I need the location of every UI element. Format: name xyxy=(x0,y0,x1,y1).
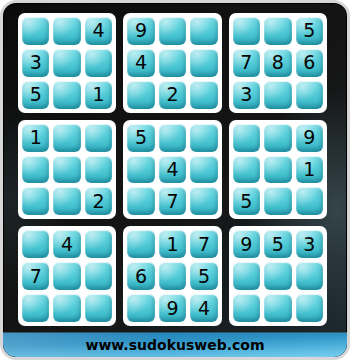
cell-r2c9[interactable]: 6 xyxy=(296,49,323,77)
cell-r4c8[interactable] xyxy=(264,124,291,152)
cell-r8c9[interactable] xyxy=(296,262,323,290)
cell-r9c2[interactable] xyxy=(53,294,80,322)
cell-r4c4[interactable]: 5 xyxy=(127,124,154,152)
cell-r6c6[interactable] xyxy=(190,187,217,215)
cell-r1c4[interactable]: 9 xyxy=(127,17,154,45)
cell-r9c7[interactable] xyxy=(233,294,260,322)
cell-r6c8[interactable] xyxy=(264,187,291,215)
cell-r2c7[interactable]: 7 xyxy=(233,49,260,77)
cell-r3c8[interactable] xyxy=(264,81,291,109)
cell-r8c6[interactable]: 5 xyxy=(190,262,217,290)
cell-r7c4[interactable] xyxy=(127,230,154,258)
cell-r9c9[interactable] xyxy=(296,294,323,322)
cell-r4c7[interactable] xyxy=(233,124,260,152)
cell-r5c5[interactable]: 4 xyxy=(159,156,186,184)
cell-r2c1[interactable]: 3 xyxy=(22,49,49,77)
cell-r9c4[interactable] xyxy=(127,294,154,322)
cell-r2c6[interactable] xyxy=(190,49,217,77)
cell-r2c2[interactable] xyxy=(53,49,80,77)
cell-r7c7[interactable]: 9 xyxy=(233,230,260,258)
cell-r4c3[interactable] xyxy=(85,124,112,152)
box-1-1: 4351 xyxy=(18,13,116,113)
cell-r8c4[interactable]: 6 xyxy=(127,262,154,290)
cell-r9c6[interactable]: 4 xyxy=(190,294,217,322)
cell-r3c6[interactable] xyxy=(190,81,217,109)
box-3-3: 953 xyxy=(229,226,327,326)
cell-r8c2[interactable] xyxy=(53,262,80,290)
box-3-1: 47 xyxy=(18,226,116,326)
cell-r5c1[interactable] xyxy=(22,156,49,184)
cell-r1c6[interactable] xyxy=(190,17,217,45)
cell-r6c4[interactable] xyxy=(127,187,154,215)
cell-r8c8[interactable] xyxy=(264,262,291,290)
box-3-2: 176594 xyxy=(123,226,221,326)
cell-r2c4[interactable]: 4 xyxy=(127,49,154,77)
cell-r1c5[interactable] xyxy=(159,17,186,45)
board-plate: 4351942578631254791547176594953 www.sudo… xyxy=(0,0,350,360)
cell-r5c6[interactable] xyxy=(190,156,217,184)
box-2-1: 12 xyxy=(18,120,116,220)
cell-r7c5[interactable]: 1 xyxy=(159,230,186,258)
cell-r6c3[interactable]: 2 xyxy=(85,187,112,215)
box-2-2: 547 xyxy=(123,120,221,220)
cell-r3c4[interactable] xyxy=(127,81,154,109)
cell-r7c3[interactable] xyxy=(85,230,112,258)
cell-r3c3[interactable]: 1 xyxy=(85,81,112,109)
cell-r1c7[interactable] xyxy=(233,17,260,45)
cell-r5c2[interactable] xyxy=(53,156,80,184)
cell-r3c2[interactable] xyxy=(53,81,80,109)
cell-r3c5[interactable]: 2 xyxy=(159,81,186,109)
cell-r8c5[interactable] xyxy=(159,262,186,290)
cell-r2c8[interactable]: 8 xyxy=(264,49,291,77)
cell-r4c6[interactable] xyxy=(190,124,217,152)
cell-r3c9[interactable] xyxy=(296,81,323,109)
sudoku-app: 4351942578631254791547176594953 www.sudo… xyxy=(0,0,350,360)
box-1-3: 57863 xyxy=(229,13,327,113)
cell-r5c8[interactable] xyxy=(264,156,291,184)
cell-r9c1[interactable] xyxy=(22,294,49,322)
cell-r5c4[interactable] xyxy=(127,156,154,184)
box-1-2: 942 xyxy=(123,13,221,113)
cell-r6c1[interactable] xyxy=(22,187,49,215)
cell-r8c3[interactable] xyxy=(85,262,112,290)
cell-r8c1[interactable]: 7 xyxy=(22,262,49,290)
cell-r5c7[interactable] xyxy=(233,156,260,184)
cell-r6c2[interactable] xyxy=(53,187,80,215)
cell-r5c3[interactable] xyxy=(85,156,112,184)
cell-r3c7[interactable]: 3 xyxy=(233,81,260,109)
box-2-3: 915 xyxy=(229,120,327,220)
cell-r7c2[interactable]: 4 xyxy=(53,230,80,258)
cell-r9c5[interactable]: 9 xyxy=(159,294,186,322)
website-link[interactable]: www.sudokusweb.com xyxy=(85,337,264,353)
cell-r4c5[interactable] xyxy=(159,124,186,152)
cell-r1c2[interactable] xyxy=(53,17,80,45)
cell-r1c8[interactable] xyxy=(264,17,291,45)
cell-r9c8[interactable] xyxy=(264,294,291,322)
cell-r4c1[interactable]: 1 xyxy=(22,124,49,152)
cell-r8c7[interactable] xyxy=(233,262,260,290)
footer-bar: www.sudokusweb.com xyxy=(3,332,347,357)
cell-r7c6[interactable]: 7 xyxy=(190,230,217,258)
cell-r7c8[interactable]: 5 xyxy=(264,230,291,258)
sudoku-grid: 4351942578631254791547176594953 xyxy=(18,13,327,326)
cell-r1c3[interactable]: 4 xyxy=(85,17,112,45)
cell-r2c5[interactable] xyxy=(159,49,186,77)
cell-r3c1[interactable]: 5 xyxy=(22,81,49,109)
cell-r4c2[interactable] xyxy=(53,124,80,152)
cell-r1c9[interactable]: 5 xyxy=(296,17,323,45)
cell-r4c9[interactable]: 9 xyxy=(296,124,323,152)
cell-r6c5[interactable]: 7 xyxy=(159,187,186,215)
cell-r7c1[interactable] xyxy=(22,230,49,258)
cell-r1c1[interactable] xyxy=(22,17,49,45)
cell-r2c3[interactable] xyxy=(85,49,112,77)
cell-r5c9[interactable]: 1 xyxy=(296,156,323,184)
cell-r6c9[interactable] xyxy=(296,187,323,215)
cell-r9c3[interactable] xyxy=(85,294,112,322)
cell-r6c7[interactable]: 5 xyxy=(233,187,260,215)
cell-r7c9[interactable]: 3 xyxy=(296,230,323,258)
